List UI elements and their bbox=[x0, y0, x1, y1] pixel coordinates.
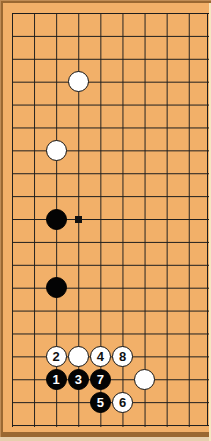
stone-black bbox=[46, 209, 67, 230]
go-diagram: 24813756 bbox=[0, 0, 211, 441]
stone-black-move-3: 3 bbox=[68, 369, 89, 390]
stone-black-move-5: 5 bbox=[90, 392, 111, 413]
stone-white bbox=[68, 71, 89, 92]
crop-edge-line bbox=[207, 13, 208, 426]
stone-white bbox=[68, 346, 89, 367]
frame-top-highlight bbox=[0, 0, 211, 1]
star-point-marker bbox=[75, 216, 82, 223]
stone-black bbox=[46, 277, 67, 298]
stone-black-move-1: 1 bbox=[46, 369, 67, 390]
crop-edge-strip bbox=[209, 3, 211, 441]
frame-bottom-shadow bbox=[0, 437, 211, 441]
stone-white bbox=[46, 140, 67, 161]
stone-white-move-2: 2 bbox=[46, 346, 67, 367]
frame-left-highlight bbox=[0, 0, 1, 437]
stone-white-move-8: 8 bbox=[112, 346, 133, 367]
stone-white-move-6: 6 bbox=[112, 392, 133, 413]
stone-white-move-4: 4 bbox=[90, 346, 111, 367]
stone-black-move-7: 7 bbox=[90, 369, 111, 390]
stone-white bbox=[134, 369, 155, 390]
board-grid bbox=[12, 13, 209, 427]
